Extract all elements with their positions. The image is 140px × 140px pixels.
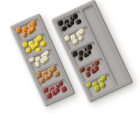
yellow-tokens-piece: [40, 40, 47, 47]
photo-scene: [0, 0, 140, 140]
black-pieces-piece: [74, 18, 81, 25]
cream-meeples-piece: [78, 28, 85, 35]
dark-red-tokens-piece: [60, 85, 67, 92]
tan-tokens-piece: [53, 70, 60, 77]
